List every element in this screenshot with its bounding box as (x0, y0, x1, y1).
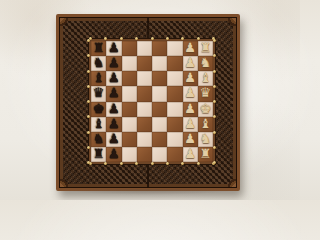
square-g2[interactable]: ♟ (183, 132, 198, 147)
white-bishop-piece[interactable]: ♝ (200, 117, 212, 130)
white-king-piece[interactable]: ♚ (200, 102, 212, 115)
black-pawn-piece[interactable]: ♟ (108, 86, 120, 99)
square-e3[interactable] (152, 117, 167, 132)
square-a2[interactable]: ♞ (91, 132, 106, 147)
black-rook-piece[interactable]: ♜ (93, 147, 105, 160)
square-g5[interactable]: ♟ (183, 86, 198, 101)
brass-pin (87, 115, 90, 118)
brass-pin (87, 100, 90, 103)
brass-pins-bottom (89, 162, 215, 166)
board-grid: ♜♟♟♜♞♟♟♞♝♟♟♝♛♟♟♛♚♟♟♚♝♟♟♝♞♟♟♞♜♟♟♜ (91, 41, 213, 162)
white-pawn-piece[interactable]: ♟ (184, 56, 196, 69)
black-queen-piece[interactable]: ♛ (93, 86, 105, 99)
brass-pin (181, 162, 184, 165)
square-c8[interactable] (122, 41, 137, 56)
white-pawn-piece[interactable]: ♟ (184, 102, 196, 115)
black-pawn-piece[interactable]: ♟ (108, 147, 120, 160)
corner-ornament-top-left (60, 18, 76, 34)
white-pawn-piece[interactable]: ♟ (184, 71, 196, 84)
white-pawn-piece[interactable]: ♟ (184, 86, 196, 99)
white-bishop-piece[interactable]: ♝ (200, 71, 212, 84)
square-g4[interactable]: ♟ (183, 102, 198, 117)
square-b3[interactable]: ♟ (106, 117, 121, 132)
square-f6[interactable] (167, 71, 182, 86)
black-pawn-piece[interactable]: ♟ (108, 71, 120, 84)
black-knight-piece[interactable]: ♞ (93, 132, 105, 145)
white-knight-piece[interactable]: ♞ (200, 132, 212, 145)
white-knight-piece[interactable]: ♞ (200, 56, 212, 69)
square-e6[interactable] (152, 71, 167, 86)
black-pawn-piece[interactable]: ♟ (108, 117, 120, 130)
square-h8[interactable]: ♜ (198, 41, 213, 56)
brass-pin (87, 146, 90, 149)
square-g7[interactable]: ♟ (183, 56, 198, 71)
brass-pin (135, 37, 138, 40)
brass-pin (213, 161, 216, 164)
square-c1[interactable] (122, 147, 137, 162)
square-e5[interactable] (152, 86, 167, 101)
square-h1[interactable]: ♜ (198, 147, 213, 162)
brass-pin (213, 115, 216, 118)
square-c2[interactable] (122, 132, 137, 147)
square-e7[interactable] (152, 56, 167, 71)
black-pawn-piece[interactable]: ♟ (108, 56, 120, 69)
square-d8[interactable] (137, 41, 152, 56)
square-a3[interactable]: ♝ (91, 117, 106, 132)
chess-board: ♜♟♟♜♞♟♟♞♝♟♟♝♛♟♟♛♚♟♟♚♝♟♟♝♞♟♟♞♜♟♟♜ (56, 14, 240, 191)
brass-pin (197, 37, 200, 40)
black-knight-piece[interactable]: ♞ (93, 56, 105, 69)
brass-pin (87, 131, 90, 134)
corner-ornament-bottom-right (220, 171, 236, 187)
square-h7[interactable]: ♞ (198, 56, 213, 71)
white-pawn-piece[interactable]: ♟ (184, 41, 196, 54)
square-g6[interactable]: ♟ (183, 71, 198, 86)
brass-pin (104, 162, 107, 165)
playing-field: ♜♟♟♜♞♟♟♞♝♟♟♝♛♟♟♛♚♟♟♚♝♟♟♝♞♟♟♞♜♟♟♜ (89, 39, 215, 164)
brass-pin (166, 37, 169, 40)
square-e4[interactable] (152, 102, 167, 117)
square-b2[interactable]: ♟ (106, 132, 121, 147)
brass-pins-top (89, 37, 215, 41)
brass-pin (151, 37, 154, 40)
brass-pin (87, 39, 90, 42)
black-bishop-piece[interactable]: ♝ (93, 71, 105, 84)
square-f8[interactable] (167, 41, 182, 56)
square-a7[interactable]: ♞ (91, 56, 106, 71)
square-b8[interactable]: ♟ (106, 41, 121, 56)
brass-pin (151, 162, 154, 165)
black-pawn-piece[interactable]: ♟ (108, 102, 120, 115)
square-b4[interactable]: ♟ (106, 102, 121, 117)
white-pawn-piece[interactable]: ♟ (184, 117, 196, 130)
square-f1[interactable] (167, 147, 182, 162)
corner-ornament-bottom-left (60, 171, 76, 187)
brass-pin (87, 85, 90, 88)
white-rook-piece[interactable]: ♜ (200, 147, 212, 160)
brass-pin (197, 162, 200, 165)
square-g3[interactable]: ♟ (183, 117, 198, 132)
brass-pins-right (213, 39, 217, 164)
square-h3[interactable]: ♝ (198, 117, 213, 132)
brass-pin (87, 70, 90, 73)
square-a8[interactable]: ♜ (91, 41, 106, 56)
brass-pin (181, 37, 184, 40)
square-d2[interactable] (137, 132, 152, 147)
white-pawn-piece[interactable]: ♟ (184, 147, 196, 160)
black-pawn-piece[interactable]: ♟ (108, 132, 120, 145)
square-e2[interactable] (152, 132, 167, 147)
square-e1[interactable] (152, 147, 167, 162)
brass-pin (213, 146, 216, 149)
square-g8[interactable]: ♟ (183, 41, 198, 56)
square-h6[interactable]: ♝ (198, 71, 213, 86)
brass-pin (120, 162, 123, 165)
square-h2[interactable]: ♞ (198, 132, 213, 147)
square-a5[interactable]: ♛ (91, 86, 106, 101)
square-f3[interactable] (167, 117, 182, 132)
square-c6[interactable] (122, 71, 137, 86)
square-d5[interactable] (137, 86, 152, 101)
square-d6[interactable] (137, 71, 152, 86)
brass-pins-left (87, 39, 91, 164)
square-g1[interactable]: ♟ (183, 147, 198, 162)
square-c4[interactable] (122, 102, 137, 117)
brass-pin (135, 162, 138, 165)
brass-pin (166, 162, 169, 165)
brass-pin (213, 54, 216, 57)
square-a6[interactable]: ♝ (91, 71, 106, 86)
square-b6[interactable]: ♟ (106, 71, 121, 86)
square-c5[interactable] (122, 86, 137, 101)
square-f4[interactable] (167, 102, 182, 117)
square-c7[interactable] (122, 56, 137, 71)
brass-pin (120, 37, 123, 40)
square-e8[interactable] (152, 41, 167, 56)
black-pawn-piece[interactable]: ♟ (108, 41, 120, 54)
square-f7[interactable] (167, 56, 182, 71)
brass-pin (213, 85, 216, 88)
square-f5[interactable] (167, 86, 182, 101)
square-b5[interactable]: ♟ (106, 86, 121, 101)
square-b1[interactable]: ♟ (106, 147, 121, 162)
square-h5[interactable]: ♛ (198, 86, 213, 101)
brass-pin (213, 70, 216, 73)
square-a1[interactable]: ♜ (91, 147, 106, 162)
black-king-piece[interactable]: ♚ (93, 102, 105, 115)
square-a4[interactable]: ♚ (91, 102, 106, 117)
square-f2[interactable] (167, 132, 182, 147)
white-pawn-piece[interactable]: ♟ (184, 132, 196, 145)
brass-pin (87, 161, 90, 164)
corner-ornament-top-right (220, 18, 236, 34)
square-d4[interactable] (137, 102, 152, 117)
square-b7[interactable]: ♟ (106, 56, 121, 71)
white-queen-piece[interactable]: ♛ (200, 86, 212, 99)
square-c3[interactable] (122, 117, 137, 132)
brass-pin (213, 100, 216, 103)
square-d3[interactable] (137, 117, 152, 132)
square-d1[interactable] (137, 147, 152, 162)
square-h4[interactable]: ♚ (198, 102, 213, 117)
black-rook-piece[interactable]: ♜ (93, 41, 105, 54)
brass-pin (104, 37, 107, 40)
brass-pin (213, 131, 216, 134)
brass-pin (213, 39, 216, 42)
brass-pin (87, 54, 90, 57)
black-bishop-piece[interactable]: ♝ (93, 117, 105, 130)
white-rook-piece[interactable]: ♜ (200, 41, 212, 54)
square-d7[interactable] (137, 56, 152, 71)
